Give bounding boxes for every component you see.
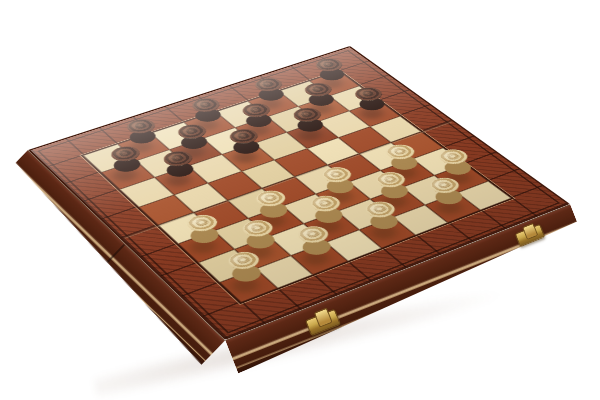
dark-man-glyph: ⛂ <box>309 85 327 94</box>
light-man-glyph: ⛀ <box>248 223 268 235</box>
light-man-glyph: ⛀ <box>381 174 401 185</box>
dark-man-glyph: ⛂ <box>320 60 338 69</box>
light-man-glyph: ⛀ <box>391 147 410 157</box>
light-man-glyph: ⛀ <box>444 152 463 162</box>
light-man-glyph: ⛀ <box>315 198 335 209</box>
dark-man-glyph: ⛂ <box>168 154 187 165</box>
dark-man-glyph: ⛂ <box>234 131 253 141</box>
dark-man-glyph: ⛂ <box>259 80 277 89</box>
dark-man-glyph: ⛂ <box>183 126 202 136</box>
light-man-glyph: ⛀ <box>370 204 390 215</box>
dark-piece-r1c8[interactable]: ⛂ <box>311 56 347 74</box>
dark-man-glyph: ⛂ <box>197 100 215 110</box>
dark-man-glyph: ⛂ <box>247 105 265 115</box>
light-man-glyph: ⛀ <box>192 217 212 229</box>
light-man-glyph: ⛀ <box>261 193 281 204</box>
dark-man-glyph: ⛂ <box>359 89 377 99</box>
light-man-glyph: ⛀ <box>234 254 255 266</box>
light-man-glyph: ⛀ <box>303 228 323 240</box>
light-man-glyph: ⛀ <box>327 169 347 180</box>
dark-man-glyph: ⛂ <box>132 121 151 131</box>
light-man-glyph: ⛀ <box>435 180 455 191</box>
dark-man-glyph: ⛂ <box>116 148 135 158</box>
product-photo-scene: ⛂⛂⛂⛂⛂⛂⛂⛂⛂⛂⛂⛂⛀⛀⛀⛀⛀⛀⛀⛀⛀⛀⛀⛀ <box>0 0 600 400</box>
dark-man-glyph: ⛂ <box>298 110 317 120</box>
